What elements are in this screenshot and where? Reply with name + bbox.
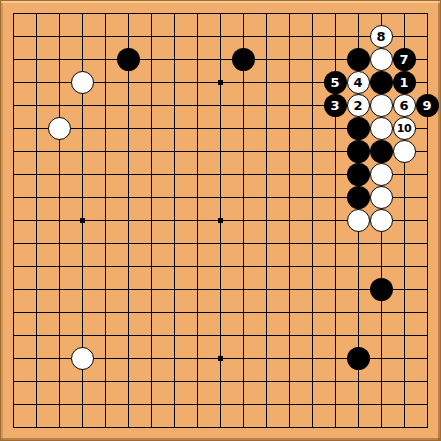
stone-white[interactable]: [370, 163, 393, 186]
stone-black-move-1[interactable]: 1: [393, 71, 416, 94]
star-point: [80, 218, 85, 223]
stone-black[interactable]: [370, 71, 393, 94]
stone-black[interactable]: [347, 186, 370, 209]
stone-black[interactable]: [232, 48, 255, 71]
stone-white[interactable]: [370, 186, 393, 209]
stone-white[interactable]: [370, 209, 393, 232]
stone-white[interactable]: [347, 209, 370, 232]
stone-white-move-4[interactable]: 4: [347, 71, 370, 94]
stone-black[interactable]: [370, 140, 393, 163]
stone-white-move-2[interactable]: 2: [347, 94, 370, 117]
stone-white[interactable]: [370, 117, 393, 140]
stone-white-move-10[interactable]: 10: [393, 117, 416, 140]
stone-black[interactable]: [117, 48, 140, 71]
star-point: [218, 80, 223, 85]
stone-black-move-7[interactable]: 7: [393, 48, 416, 71]
stone-black[interactable]: [347, 140, 370, 163]
stone-black-move-9[interactable]: 9: [416, 94, 439, 117]
stone-black-move-5[interactable]: 5: [324, 71, 347, 94]
stone-black-move-3[interactable]: 3: [324, 94, 347, 117]
go-board[interactable]: 87541326910: [0, 0, 441, 441]
stone-black[interactable]: [347, 163, 370, 186]
stone-white-move-8[interactable]: 8: [370, 25, 393, 48]
stone-black[interactable]: [347, 48, 370, 71]
stone-white[interactable]: [48, 117, 71, 140]
stone-white[interactable]: [71, 71, 94, 94]
stone-black[interactable]: [370, 278, 393, 301]
stone-white[interactable]: [370, 48, 393, 71]
stone-white[interactable]: [71, 347, 94, 370]
stone-white[interactable]: [393, 140, 416, 163]
stone-black[interactable]: [347, 347, 370, 370]
stone-white[interactable]: [370, 94, 393, 117]
star-point: [218, 218, 223, 223]
stone-white-move-6[interactable]: 6: [393, 94, 416, 117]
stone-black[interactable]: [347, 117, 370, 140]
star-point: [218, 356, 223, 361]
